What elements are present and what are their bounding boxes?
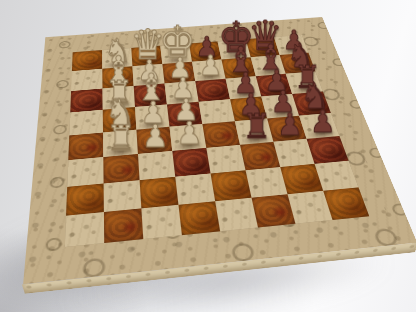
square-b2 [104,180,142,212]
square-b4: ♜ [103,130,138,157]
square-a2 [66,183,104,215]
piece-maroon-P-g4: ♟ [267,116,306,142]
perspective-wrapper: ♞♛♚♟♚♛♟♝♟♟♟♝♝♞♜♝♟♟♟♜♞♟♟♟♟♞♜♟♟♜♟♟ [12,0,403,312]
chess-board: ♞♛♚♟♚♛♟♝♟♟♟♝♝♞♜♝♟♟♟♜♞♟♟♟♟♞♜♟♟♜♟♟ [23,17,416,284]
cream-R-glyph-icon: ♜ [106,121,135,156]
square-e6 [195,79,230,102]
square-d3 [172,148,210,177]
square-d4: ♟ [170,124,207,151]
maroon-P-glyph-icon: ♟ [310,107,336,138]
square-e4 [202,121,240,148]
square-a3 [67,157,103,187]
maroon-R-glyph-icon: ♜ [242,109,271,143]
square-a4 [68,133,103,161]
cream-P-glyph-icon: ♟ [198,52,222,80]
square-b3 [103,154,139,184]
piece-cream-R-b4: ♜ [103,130,138,157]
maroon-P-glyph-icon: ♟ [277,109,303,140]
piece-cream-P-c4: ♟ [136,127,172,154]
square-c4: ♟ [136,127,172,154]
cream-P-glyph-icon: ♟ [142,121,168,152]
photo-backdrop: ♞♛♚♟♚♛♟♝♟♟♟♝♝♞♜♝♟♟♟♜♞♟♟♟♟♞♜♟♟♜♟♟ [0,0,416,312]
piece-cream-P-d4: ♟ [170,124,207,151]
cream-P-glyph-icon: ♟ [176,118,202,149]
piece-maroon-P-h4: ♟ [299,113,339,139]
square-f4: ♜ [235,118,274,144]
square-a6 [70,89,103,113]
piece-maroon-R-f4: ♜ [235,118,274,144]
square-e3 [206,145,245,174]
square-h4: ♟ [299,113,339,139]
square-g4: ♟ [267,116,306,142]
square-c3 [138,151,175,180]
